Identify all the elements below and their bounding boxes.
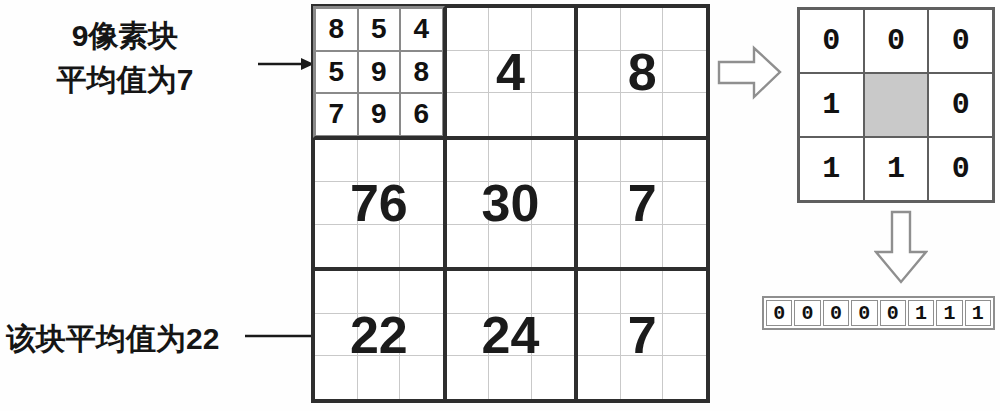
sub-cell: 9 xyxy=(358,93,401,136)
sub-cell: 7 xyxy=(315,93,358,136)
block-value: 7 xyxy=(578,140,706,268)
block-cell-r0c1: 4 xyxy=(445,6,577,138)
sub-cell: 5 xyxy=(358,8,401,51)
block-value: 7 xyxy=(578,271,706,399)
bit-cell: 0 xyxy=(823,300,849,326)
bit-string-strip: 0 0 0 0 0 1 1 1 xyxy=(762,296,995,330)
binary-center-cell xyxy=(864,73,929,137)
sub-cell: 5 xyxy=(315,51,358,94)
binary-cell: 1 xyxy=(799,73,864,137)
block-cell-r2c0: 22 xyxy=(313,269,445,401)
bit-cell: 0 xyxy=(794,300,820,326)
bit-cell: 0 xyxy=(766,300,792,326)
sub-cell: 4 xyxy=(400,8,443,51)
pixel-subgrid: 8 5 4 5 9 8 7 9 6 xyxy=(315,8,443,136)
top-annotation: 9像素块 平均值为7 xyxy=(16,14,234,102)
binary-cell: 0 xyxy=(928,73,993,137)
top-annotation-line2: 平均值为7 xyxy=(16,58,234,102)
figure-canvas: 9像素块 平均值为7 该块平均值为22 8 5 4 5 9 8 7 9 6 xyxy=(0,0,1000,411)
right-block-arrow-icon xyxy=(716,44,784,102)
block-cell-r2c2: 7 xyxy=(576,269,708,401)
block-average-grid: 8 5 4 5 9 8 7 9 6 4 8 76 xyxy=(311,4,710,403)
bit-cell: 0 xyxy=(851,300,877,326)
block-cell-r1c0: 76 xyxy=(313,138,445,270)
sub-cell: 8 xyxy=(400,51,443,94)
binary-cell: 1 xyxy=(864,137,929,201)
block-cell-r1c2: 7 xyxy=(576,138,708,270)
block-cell-r0c2: 8 xyxy=(576,6,708,138)
bottom-annotation: 该块平均值为22 xyxy=(6,319,256,360)
block-value: 22 xyxy=(315,271,443,399)
binary-cell: 1 xyxy=(799,137,864,201)
block-value: 24 xyxy=(447,271,575,399)
binary-cell: 0 xyxy=(799,9,864,73)
bit-cell: 1 xyxy=(908,300,934,326)
bit-cell: 0 xyxy=(880,300,906,326)
pointer-arrow-icon xyxy=(256,56,316,72)
bit-cell: 1 xyxy=(965,300,991,326)
top-annotation-line1: 9像素块 xyxy=(16,14,234,58)
sub-cell: 8 xyxy=(315,8,358,51)
block-value: 30 xyxy=(447,140,575,268)
down-block-arrow-icon xyxy=(874,210,928,286)
block-value: 76 xyxy=(315,140,443,268)
block-value: 4 xyxy=(447,8,575,136)
binary-mask-grid: 0 0 0 1 0 1 1 0 xyxy=(797,7,995,203)
block-cell-r0c0: 8 5 4 5 9 8 7 9 6 xyxy=(313,6,445,138)
sub-cell: 6 xyxy=(400,93,443,136)
sub-cell: 9 xyxy=(358,51,401,94)
bit-cell: 1 xyxy=(936,300,962,326)
block-cell-r2c1: 24 xyxy=(445,269,577,401)
block-cell-r1c1: 30 xyxy=(445,138,577,270)
binary-cell: 0 xyxy=(864,9,929,73)
binary-cell: 0 xyxy=(928,137,993,201)
binary-cell: 0 xyxy=(928,9,993,73)
block-value: 8 xyxy=(578,8,706,136)
